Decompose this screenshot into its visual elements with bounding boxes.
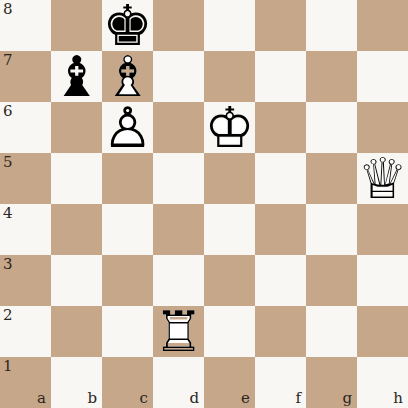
square-b5[interactable] — [51, 153, 102, 204]
file-label-g: g — [306, 391, 357, 406]
rank-label-5: 5 — [3, 155, 13, 170]
black-bishop-fill-layer: ♝ — [51, 51, 102, 102]
rank-label-2: 2 — [3, 308, 13, 323]
file-label-b: b — [51, 391, 102, 406]
square-f2[interactable] — [255, 306, 306, 357]
rank-label-3: 3 — [3, 257, 13, 272]
square-f7[interactable] — [255, 51, 306, 102]
square-c6[interactable]: ♟♙ — [102, 102, 153, 153]
file-label-e: e — [204, 391, 255, 406]
square-b6[interactable] — [51, 102, 102, 153]
square-d6[interactable] — [153, 102, 204, 153]
square-g4[interactable] — [306, 204, 357, 255]
white-queen-outline-layer: ♕ — [357, 153, 408, 204]
square-c3[interactable] — [102, 255, 153, 306]
square-f8[interactable] — [255, 0, 306, 51]
square-g6[interactable] — [306, 102, 357, 153]
square-e8[interactable] — [204, 0, 255, 51]
rank-label-4: 4 — [3, 206, 13, 221]
rank-label-6: 6 — [3, 104, 13, 119]
piece-white-rook[interactable]: ♜♖ — [153, 306, 204, 357]
square-d8[interactable] — [153, 0, 204, 51]
file-label-h: h — [357, 391, 408, 406]
square-g2[interactable] — [306, 306, 357, 357]
square-d7[interactable] — [153, 51, 204, 102]
square-e5[interactable] — [204, 153, 255, 204]
piece-black-bishop[interactable]: ♝ — [51, 51, 102, 102]
rank-label-8: 8 — [3, 2, 13, 17]
square-b7[interactable]: ♝ — [51, 51, 102, 102]
square-h5[interactable]: ♛♕ — [357, 153, 408, 204]
piece-white-pawn[interactable]: ♟♙ — [102, 102, 153, 153]
square-h3[interactable] — [357, 255, 408, 306]
square-b4[interactable] — [51, 204, 102, 255]
square-c4[interactable] — [102, 204, 153, 255]
square-d2[interactable]: ♜♖ — [153, 306, 204, 357]
square-f4[interactable] — [255, 204, 306, 255]
square-g3[interactable] — [306, 255, 357, 306]
file-label-d: d — [153, 391, 204, 406]
piece-white-queen[interactable]: ♛♕ — [357, 153, 408, 204]
square-h2[interactable] — [357, 306, 408, 357]
file-label-c: c — [102, 391, 153, 406]
square-f5[interactable] — [255, 153, 306, 204]
square-h4[interactable] — [357, 204, 408, 255]
square-b2[interactable] — [51, 306, 102, 357]
square-e6[interactable]: ♚♔ — [204, 102, 255, 153]
square-h7[interactable] — [357, 51, 408, 102]
square-d5[interactable] — [153, 153, 204, 204]
square-e4[interactable] — [204, 204, 255, 255]
square-g5[interactable] — [306, 153, 357, 204]
square-c2[interactable] — [102, 306, 153, 357]
square-e3[interactable] — [204, 255, 255, 306]
file-label-f: f — [255, 391, 306, 406]
square-f6[interactable] — [255, 102, 306, 153]
square-d4[interactable] — [153, 204, 204, 255]
white-pawn-outline-layer: ♙ — [102, 102, 153, 153]
chess-board: ♚♝♝♗♟♙♚♔♛♕♜♖87654321abcdefgh — [0, 0, 408, 408]
rank-label-7: 7 — [3, 53, 13, 68]
square-b3[interactable] — [51, 255, 102, 306]
square-e2[interactable] — [204, 306, 255, 357]
square-c5[interactable] — [102, 153, 153, 204]
square-g7[interactable] — [306, 51, 357, 102]
piece-white-king[interactable]: ♚♔ — [204, 102, 255, 153]
square-h8[interactable] — [357, 0, 408, 51]
rank-label-1: 1 — [3, 359, 13, 374]
white-rook-outline-layer: ♖ — [153, 306, 204, 357]
white-king-outline-layer: ♔ — [204, 102, 255, 153]
file-label-a: a — [0, 391, 51, 406]
square-f3[interactable] — [255, 255, 306, 306]
square-g8[interactable] — [306, 0, 357, 51]
